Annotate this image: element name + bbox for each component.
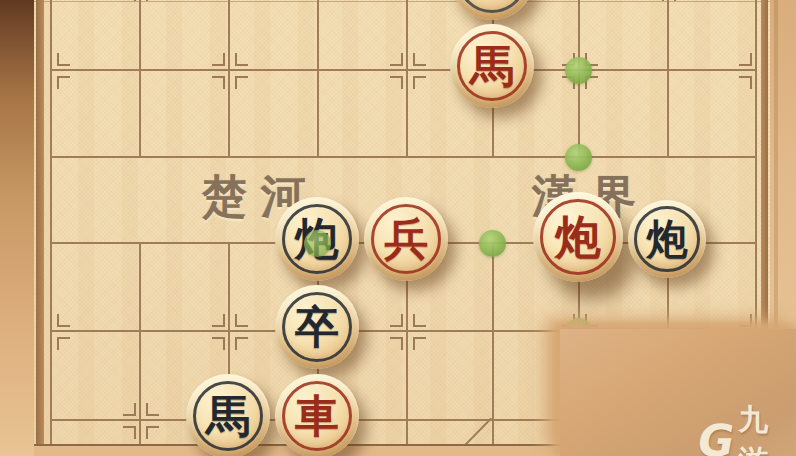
piece-glyph: 兵 xyxy=(364,197,448,281)
grid-line xyxy=(50,156,757,158)
point-marker xyxy=(390,76,403,89)
grid-line xyxy=(317,0,319,157)
piece-glyph xyxy=(450,0,534,20)
black-馬[interactable]: 馬 xyxy=(186,374,270,456)
piece-glyph: 馬 xyxy=(450,24,534,108)
piece-glyph: 炮 xyxy=(533,192,623,282)
piece-glyph: 馬 xyxy=(186,374,270,456)
move-hint-dot[interactable] xyxy=(304,230,331,257)
point-marker xyxy=(739,76,752,89)
point-marker xyxy=(651,0,664,1)
grid-line xyxy=(50,69,757,71)
red-兵[interactable]: 兵 xyxy=(364,197,448,281)
grid-line xyxy=(228,0,230,157)
board-left-border-line xyxy=(36,0,44,446)
grid-line xyxy=(50,0,52,446)
jiuyou-logo-icon: G xyxy=(694,419,738,456)
point-marker xyxy=(235,76,248,89)
point-marker xyxy=(739,53,752,66)
piece-glyph: 炮 xyxy=(628,200,706,278)
red-車[interactable]: 車 xyxy=(275,374,359,456)
point-marker xyxy=(212,76,225,89)
piece-glyph: 車 xyxy=(275,374,359,456)
point-marker xyxy=(212,337,225,350)
point-marker xyxy=(212,314,225,327)
point-marker xyxy=(390,53,403,66)
point-marker xyxy=(212,53,225,66)
point-marker xyxy=(739,314,752,327)
board-top-edge-line xyxy=(34,1,770,2)
unknown-piece-cutoff[interactable] xyxy=(450,0,534,20)
point-marker xyxy=(123,403,136,416)
point-marker xyxy=(57,53,70,66)
point-marker xyxy=(123,0,136,1)
point-marker xyxy=(413,314,426,327)
red-炮-selected[interactable]: 炮 xyxy=(533,192,623,282)
point-marker xyxy=(146,0,159,1)
grid-line xyxy=(139,0,141,157)
point-marker xyxy=(235,337,248,350)
point-marker xyxy=(146,426,159,439)
point-marker xyxy=(413,53,426,66)
point-marker xyxy=(413,76,426,89)
point-marker xyxy=(235,314,248,327)
palace-diagonal-right xyxy=(402,418,492,446)
grid-line xyxy=(492,242,494,446)
piece-glyph: 卒 xyxy=(275,285,359,369)
jiuyou-watermark: G 九游 xyxy=(698,400,796,456)
grid-line xyxy=(406,0,408,157)
grid-line xyxy=(139,242,141,446)
point-marker xyxy=(57,76,70,89)
point-marker xyxy=(57,337,70,350)
red-馬[interactable]: 馬 xyxy=(450,24,534,108)
black-炮[interactable]: 炮 xyxy=(628,200,706,278)
xiangqi-game-screen: 楚河 漢界 馬炮兵炮炮卒馬車 G 九游 xyxy=(0,0,796,456)
move-hint-dot[interactable] xyxy=(565,57,592,84)
move-hint-dot[interactable] xyxy=(479,230,506,257)
grid-line xyxy=(667,0,669,157)
point-marker xyxy=(57,314,70,327)
point-marker xyxy=(674,0,687,1)
black-卒[interactable]: 卒 xyxy=(275,285,359,369)
point-marker xyxy=(390,337,403,350)
point-marker xyxy=(123,426,136,439)
point-marker xyxy=(413,337,426,350)
jiuyou-watermark-text: 九游 xyxy=(738,400,796,456)
point-marker xyxy=(390,314,403,327)
point-marker xyxy=(146,403,159,416)
move-hint-dot[interactable] xyxy=(565,144,592,171)
board-left-margin-wood xyxy=(0,0,34,456)
point-marker xyxy=(235,53,248,66)
